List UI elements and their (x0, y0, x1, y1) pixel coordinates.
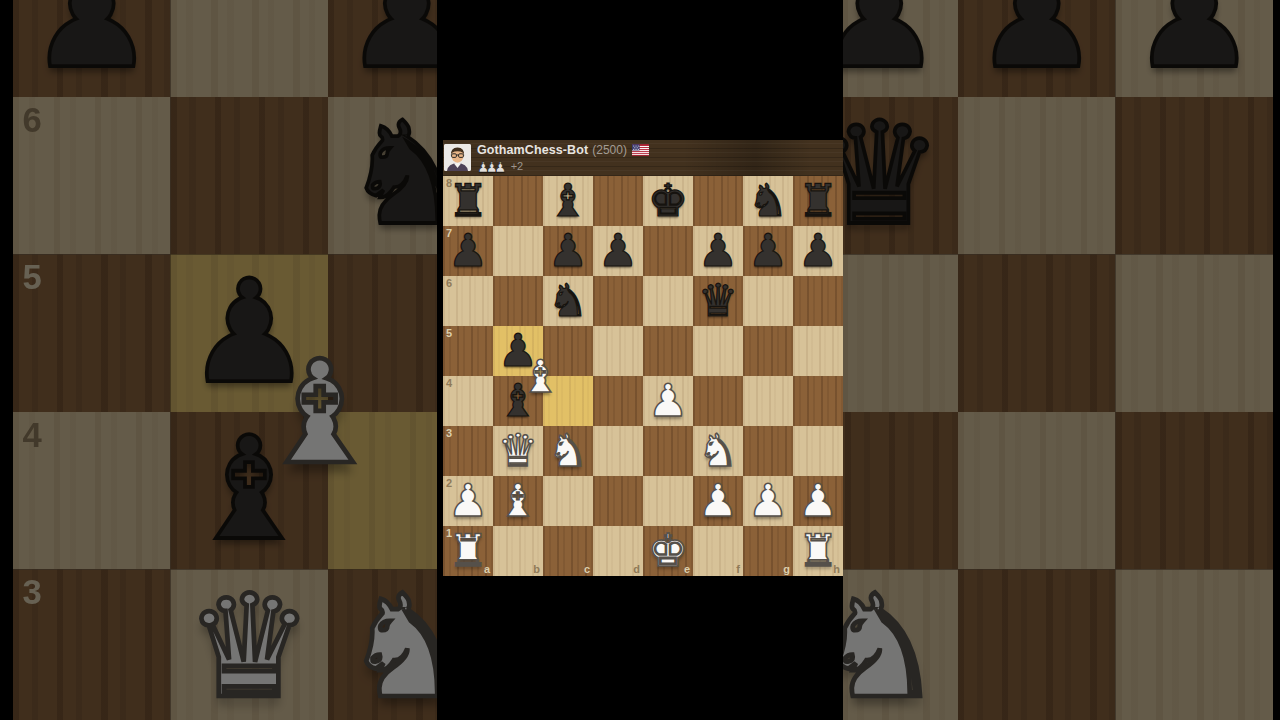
video-frame: 8♜♝♚♞♜7♟♟♟♟♟♟6♞♛5♟4♝♟3♛♞♞2♟♝♟♟♟1a♜bcde♚f… (0, 0, 1280, 720)
square-h4[interactable] (793, 376, 843, 426)
black-pawn[interactable]: ♟ (693, 226, 743, 276)
rank-label-4: 4 (446, 377, 452, 389)
square-b7[interactable] (493, 226, 543, 276)
white-queen[interactable]: ♛ (493, 426, 543, 476)
square-h6[interactable] (793, 276, 843, 326)
square-h1[interactable]: h♜ (793, 526, 843, 576)
black-pawn: ♟ (1116, 0, 1274, 97)
square-d2[interactable] (593, 476, 643, 526)
square-a3[interactable]: 3 (443, 426, 493, 476)
square-g3 (958, 570, 1116, 720)
square-a4: 4 (13, 412, 171, 570)
player-avatar[interactable] (444, 144, 471, 171)
square-h5 (1116, 255, 1274, 413)
square-f5[interactable] (693, 326, 743, 376)
square-a6[interactable]: 6 (443, 276, 493, 326)
square-e4[interactable]: ♟ (643, 376, 693, 426)
square-d5[interactable] (593, 326, 643, 376)
avatar-illustration (444, 144, 471, 171)
square-f8[interactable] (693, 176, 743, 226)
square-f7[interactable]: ♟ (693, 226, 743, 276)
white-rook[interactable]: ♜ (793, 526, 843, 576)
square-e6[interactable] (643, 276, 693, 326)
square-c3[interactable]: ♞ (543, 426, 593, 476)
square-a6: 6 (13, 97, 171, 255)
black-knight[interactable]: ♞ (743, 176, 793, 226)
square-b2[interactable]: ♝ (493, 476, 543, 526)
square-f2[interactable]: ♟ (693, 476, 743, 526)
rank-label-5: 5 (22, 258, 41, 296)
square-e8[interactable]: ♚ (643, 176, 693, 226)
black-rook[interactable]: ♜ (793, 176, 843, 226)
black-rook[interactable]: ♜ (443, 176, 493, 226)
game-panel: GothamChess-Bot (2500) (443, 140, 843, 576)
square-c6[interactable]: ♞ (543, 276, 593, 326)
material-advantage: +2 (511, 161, 524, 172)
square-g8[interactable]: ♞ (743, 176, 793, 226)
rank-label-6: 6 (446, 277, 452, 289)
square-b1[interactable]: b (493, 526, 543, 576)
square-c8[interactable]: ♝ (543, 176, 593, 226)
square-h3 (1116, 570, 1274, 720)
square-c2[interactable] (543, 476, 593, 526)
player-info: GothamChess-Bot (2500) (477, 142, 649, 174)
white-bishop-moving[interactable]: ♝ (516, 352, 566, 402)
square-a7[interactable]: 7♟ (443, 226, 493, 276)
square-b6 (171, 97, 329, 255)
white-pawn[interactable]: ♟ (643, 376, 693, 426)
square-f6[interactable]: ♛ (693, 276, 743, 326)
file-label-f: f (736, 563, 740, 575)
black-pawn[interactable]: ♟ (793, 226, 843, 276)
black-knight[interactable]: ♞ (543, 276, 593, 326)
black-pawn[interactable]: ♟ (593, 226, 643, 276)
file-label-b: b (533, 563, 540, 575)
square-b6[interactable] (493, 276, 543, 326)
square-g6[interactable] (743, 276, 793, 326)
captured-pawns-icons: ♟♟♟ (477, 160, 503, 174)
square-g5[interactable] (743, 326, 793, 376)
square-h8[interactable]: ♜ (793, 176, 843, 226)
square-b7 (171, 0, 329, 97)
rank-label-3: 3 (446, 427, 452, 439)
board: 8♜♝♚♞♜7♟♟♟♟♟♟6♞♛5♟4♝♟3♛♞♞2♟♝♟♟♟1a♜bcde♚f… (443, 176, 843, 576)
square-b3: ♛ (171, 570, 329, 720)
rank-label-5: 5 (446, 327, 452, 339)
square-c7[interactable]: ♟ (543, 226, 593, 276)
file-label-c: c (584, 563, 590, 575)
square-h7[interactable]: ♟ (793, 226, 843, 276)
rank-label-6: 6 (22, 100, 41, 138)
square-h3[interactable] (793, 426, 843, 476)
square-f3[interactable]: ♞ (693, 426, 743, 476)
square-h5[interactable] (793, 326, 843, 376)
square-b8[interactable] (493, 176, 543, 226)
square-e2[interactable] (643, 476, 693, 526)
square-g2[interactable]: ♟ (743, 476, 793, 526)
square-a1[interactable]: 1a♜ (443, 526, 493, 576)
square-a5[interactable]: 5 (443, 326, 493, 376)
square-d7[interactable]: ♟ (593, 226, 643, 276)
square-g7[interactable]: ♟ (743, 226, 793, 276)
black-king[interactable]: ♚ (643, 176, 693, 226)
square-e5[interactable] (643, 326, 693, 376)
square-h4 (1116, 412, 1274, 570)
us-flag-icon (632, 144, 649, 156)
square-d1[interactable]: d (593, 526, 643, 576)
square-h2[interactable]: ♟ (793, 476, 843, 526)
square-b3[interactable]: ♛ (493, 426, 543, 476)
black-pawn: ♟ (13, 0, 171, 97)
square-g4 (958, 412, 1116, 570)
square-d4[interactable] (593, 376, 643, 426)
white-pawn[interactable]: ♟ (693, 476, 743, 526)
square-e3[interactable] (643, 426, 693, 476)
white-knight[interactable]: ♞ (693, 426, 743, 476)
square-h6 (1116, 97, 1274, 255)
black-pawn[interactable]: ♟ (443, 226, 493, 276)
white-bishop[interactable]: ♝ (493, 476, 543, 526)
square-d8[interactable] (593, 176, 643, 226)
player-name: GothamChess-Bot (477, 144, 588, 157)
square-g1[interactable]: g (743, 526, 793, 576)
white-king[interactable]: ♚ (643, 526, 693, 576)
square-a5: 5 (13, 255, 171, 413)
white-bishop-moving: ♝ (241, 336, 399, 494)
square-f4[interactable] (693, 376, 743, 426)
square-h7: ♟ (1116, 0, 1274, 97)
square-g4[interactable] (743, 376, 793, 426)
rank-label-4: 4 (22, 415, 41, 453)
square-d3[interactable] (593, 426, 643, 476)
file-label-g: g (783, 563, 790, 575)
file-label-d: d (633, 563, 640, 575)
white-rook[interactable]: ♜ (443, 526, 493, 576)
square-g3[interactable] (743, 426, 793, 476)
player-rating: (2500) (592, 144, 627, 156)
white-pawn[interactable]: ♟ (793, 476, 843, 526)
square-g5 (958, 255, 1116, 413)
square-c1[interactable]: c (543, 526, 593, 576)
black-pawn[interactable]: ♟ (743, 226, 793, 276)
white-knight[interactable]: ♞ (543, 426, 593, 476)
square-e1[interactable]: e♚ (643, 526, 693, 576)
black-pawn: ♟ (958, 0, 1116, 97)
player-banner: GothamChess-Bot (2500) (443, 140, 843, 176)
black-bishop[interactable]: ♝ (543, 176, 593, 226)
square-a2[interactable]: 2♟ (443, 476, 493, 526)
rank-label-3: 3 (22, 573, 41, 611)
square-a4[interactable]: 4 (443, 376, 493, 426)
black-queen[interactable]: ♛ (693, 276, 743, 326)
square-e7[interactable] (643, 226, 693, 276)
square-g6 (958, 97, 1116, 255)
white-pawn[interactable]: ♟ (443, 476, 493, 526)
black-pawn[interactable]: ♟ (543, 226, 593, 276)
square-d6[interactable] (593, 276, 643, 326)
square-a8[interactable]: 8♜ (443, 176, 493, 226)
white-queen: ♛ (171, 570, 329, 720)
white-pawn[interactable]: ♟ (743, 476, 793, 526)
square-a7: 7♟ (13, 0, 171, 97)
square-a3: 3 (13, 570, 171, 720)
square-f1[interactable]: f (693, 526, 743, 576)
square-g7: ♟ (958, 0, 1116, 97)
